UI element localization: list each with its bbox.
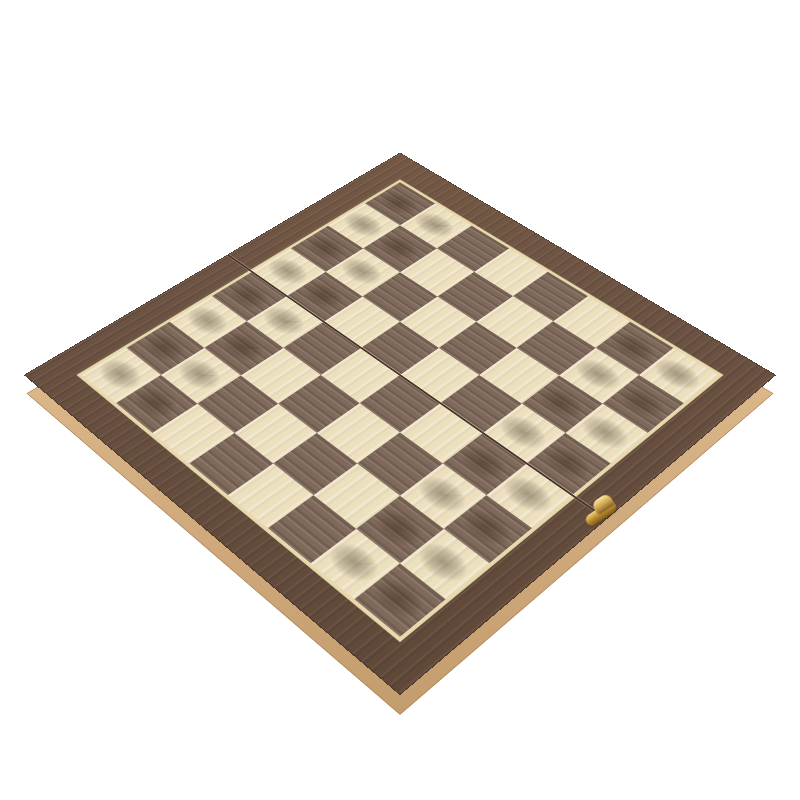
white-rook-icon: ♜ bbox=[364, 525, 436, 606]
square-a5 bbox=[189, 433, 273, 495]
square-c4 bbox=[317, 403, 400, 463]
square-d4 bbox=[359, 375, 440, 433]
square-b5 bbox=[235, 403, 318, 463]
product-photo-stage: ♜♞♝♛♚♝♞♜♟♟♟♟♟♟♟♟♟♟♟♟♟♟♟♟♜♞♝♛♚♝♞♜ bbox=[0, 0, 800, 800]
square-a4 bbox=[228, 463, 314, 528]
black-pawn-icon: ♟ bbox=[131, 352, 182, 409]
square-c5 bbox=[278, 375, 359, 433]
square-b6 bbox=[197, 375, 278, 433]
scene: ♜♞♝♛♚♝♞♜♟♟♟♟♟♟♟♟♟♟♟♟♟♟♟♟♜♞♝♛♚♝♞♜ bbox=[0, 0, 800, 800]
square-a6 bbox=[152, 403, 235, 463]
chess-board: ♜♞♝♛♚♝♞♜♟♟♟♟♟♟♟♟♟♟♟♟♟♟♟♟♜♞♝♛♚♝♞♜ bbox=[25, 153, 775, 693]
